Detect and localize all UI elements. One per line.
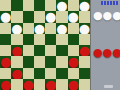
- square-h6[interactable]: ●: [79, 23, 90, 34]
- square-g8: [68, 0, 79, 11]
- red-checker-piece[interactable]: ●: [68, 56, 79, 67]
- game-screen: ●●●●●●●●●●●●●●●●●● ●●● ●●●: [0, 0, 120, 90]
- square-g3[interactable]: ●: [68, 56, 79, 67]
- square-d5: [34, 34, 45, 45]
- white-checker-piece[interactable]: ●: [34, 23, 45, 34]
- white-checker-piece[interactable]: ●: [56, 23, 67, 34]
- square-c6: [23, 23, 34, 34]
- square-g4: [68, 45, 79, 56]
- square-e4: [45, 45, 56, 56]
- red-checker-piece[interactable]: ●: [0, 56, 11, 67]
- checkers-board: ●●●●●●●●●●●●●●●●●●: [0, 0, 90, 90]
- square-g2: [68, 68, 79, 79]
- square-g1[interactable]: ●: [68, 79, 79, 90]
- square-d1: [34, 79, 45, 90]
- square-a5[interactable]: [0, 34, 11, 45]
- square-b7: [11, 11, 22, 22]
- white-checker-piece[interactable]: ●: [45, 11, 56, 22]
- square-c7[interactable]: [23, 11, 34, 22]
- square-b8[interactable]: [11, 0, 22, 11]
- captured-white-piece: ●: [93, 10, 103, 21]
- square-d8[interactable]: [34, 0, 45, 11]
- captured-red-piece: ●: [112, 47, 120, 58]
- watermark-icon: [104, 85, 113, 88]
- red-checker-piece[interactable]: ●: [0, 79, 11, 90]
- red-checker-piece[interactable]: ●: [45, 79, 56, 90]
- square-e6: [45, 23, 56, 34]
- captured-white-piece: ●: [112, 10, 120, 21]
- square-f3: [56, 56, 67, 67]
- square-f5: [56, 34, 67, 45]
- square-a7[interactable]: ●: [0, 11, 11, 22]
- square-c3[interactable]: [23, 56, 34, 67]
- square-h3: [79, 56, 90, 67]
- captured-red-row: ●●●: [93, 47, 120, 58]
- square-h2[interactable]: [79, 68, 90, 79]
- captured-white-piece: ●: [103, 10, 113, 21]
- square-f1: [56, 79, 67, 90]
- square-a4: [0, 45, 11, 56]
- captured-red-piece: ●: [93, 47, 103, 58]
- square-d6[interactable]: ●: [34, 23, 45, 34]
- square-e8: [45, 0, 56, 11]
- square-c8: [23, 0, 34, 11]
- white-checker-piece[interactable]: ●: [79, 0, 90, 11]
- square-c2: [23, 68, 34, 79]
- square-b4[interactable]: ●: [11, 45, 22, 56]
- square-a2: [0, 68, 11, 79]
- white-checker-piece[interactable]: ●: [0, 11, 11, 22]
- square-a3[interactable]: ●: [0, 56, 11, 67]
- square-e2: [45, 68, 56, 79]
- square-e3[interactable]: [45, 56, 56, 67]
- square-g7[interactable]: ●: [68, 11, 79, 22]
- red-checker-piece[interactable]: ●: [11, 68, 22, 79]
- white-checker-piece[interactable]: ●: [11, 23, 22, 34]
- square-d3: [34, 56, 45, 67]
- square-c4: [23, 45, 34, 56]
- captured-red-piece: ●: [103, 47, 113, 58]
- white-checker-piece[interactable]: ●: [56, 0, 67, 11]
- square-f7: [56, 11, 67, 22]
- square-d7: [34, 11, 45, 22]
- square-d2[interactable]: [34, 68, 45, 79]
- square-d4[interactable]: [34, 45, 45, 56]
- sidebar: ●●● ●●●: [90, 0, 120, 90]
- square-c1[interactable]: ●: [23, 79, 34, 90]
- square-f6[interactable]: ●: [56, 23, 67, 34]
- square-h8[interactable]: ●: [79, 0, 90, 11]
- square-e1[interactable]: ●: [45, 79, 56, 90]
- square-a8: [0, 0, 11, 11]
- square-b5: [11, 34, 22, 45]
- logo-icon: [101, 1, 119, 5]
- square-g6: [68, 23, 79, 34]
- square-b3: [11, 56, 22, 67]
- square-h4[interactable]: ●: [79, 45, 90, 56]
- square-f8[interactable]: ●: [56, 0, 67, 11]
- captured-white-row: ●●●: [93, 10, 120, 21]
- square-h1: [79, 79, 90, 90]
- red-checker-piece[interactable]: ●: [23, 79, 34, 90]
- square-h5: [79, 34, 90, 45]
- white-checker-piece[interactable]: ●: [68, 11, 79, 22]
- square-a6: [0, 23, 11, 34]
- square-a1[interactable]: ●: [0, 79, 11, 90]
- square-e5[interactable]: [45, 34, 56, 45]
- square-b6[interactable]: ●: [11, 23, 22, 34]
- square-c5[interactable]: [23, 34, 34, 45]
- white-checker-piece[interactable]: ●: [79, 23, 90, 34]
- square-h7: [79, 11, 90, 22]
- square-b1: [11, 79, 22, 90]
- square-e7[interactable]: ●: [45, 11, 56, 22]
- square-f4[interactable]: [56, 45, 67, 56]
- red-checker-piece[interactable]: ●: [79, 45, 90, 56]
- red-checker-piece[interactable]: ●: [11, 45, 22, 56]
- square-f2[interactable]: [56, 68, 67, 79]
- red-checker-piece[interactable]: ●: [68, 79, 79, 90]
- square-g5[interactable]: [68, 34, 79, 45]
- square-b2[interactable]: ●: [11, 68, 22, 79]
